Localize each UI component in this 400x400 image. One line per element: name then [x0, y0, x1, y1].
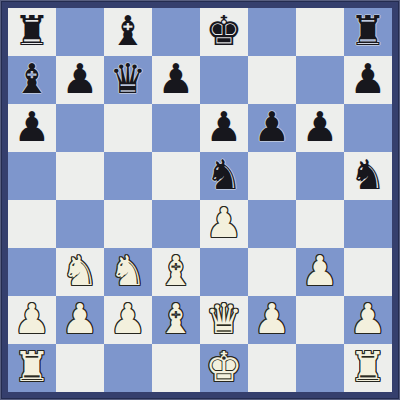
square-b3[interactable]: ♞: [56, 248, 104, 296]
square-d5[interactable]: [152, 152, 200, 200]
piece-black-queen[interactable]: ♛: [110, 56, 147, 103]
square-g6[interactable]: ♟: [296, 104, 344, 152]
square-c1[interactable]: [104, 344, 152, 392]
square-c3[interactable]: ♞: [104, 248, 152, 296]
square-a3[interactable]: [8, 248, 56, 296]
square-g3[interactable]: ♟: [296, 248, 344, 296]
square-h6[interactable]: [344, 104, 392, 152]
piece-white-rook[interactable]: ♜: [350, 344, 387, 391]
square-a2[interactable]: ♟: [8, 296, 56, 344]
square-c4[interactable]: [104, 200, 152, 248]
square-e8[interactable]: ♚: [200, 8, 248, 56]
square-b4[interactable]: [56, 200, 104, 248]
square-b2[interactable]: ♟: [56, 296, 104, 344]
square-g8[interactable]: [296, 8, 344, 56]
piece-white-pawn[interactable]: ♟: [302, 248, 339, 295]
piece-black-pawn[interactable]: ♟: [158, 56, 195, 103]
piece-white-pawn[interactable]: ♟: [206, 200, 243, 247]
piece-black-knight[interactable]: ♞: [206, 152, 243, 199]
square-h7[interactable]: ♟: [344, 56, 392, 104]
square-b7[interactable]: ♟: [56, 56, 104, 104]
square-h1[interactable]: ♜: [344, 344, 392, 392]
piece-black-pawn[interactable]: ♟: [350, 56, 387, 103]
piece-white-pawn[interactable]: ♟: [110, 296, 147, 343]
square-a1[interactable]: ♜: [8, 344, 56, 392]
board-grid: ♜♝♚♜♝♟♛♟♟♟♟♟♟♞♞♟♞♞♝♟♟♟♟♝♛♟♟♜♚♜: [8, 8, 392, 392]
square-h5[interactable]: ♞: [344, 152, 392, 200]
piece-white-pawn[interactable]: ♟: [14, 296, 51, 343]
square-c8[interactable]: ♝: [104, 8, 152, 56]
square-f7[interactable]: [248, 56, 296, 104]
square-a6[interactable]: ♟: [8, 104, 56, 152]
square-a4[interactable]: [8, 200, 56, 248]
square-e4[interactable]: ♟: [200, 200, 248, 248]
square-c7[interactable]: ♛: [104, 56, 152, 104]
square-c5[interactable]: [104, 152, 152, 200]
piece-black-pawn[interactable]: ♟: [302, 104, 339, 151]
square-b1[interactable]: [56, 344, 104, 392]
square-d1[interactable]: [152, 344, 200, 392]
square-h8[interactable]: ♜: [344, 8, 392, 56]
piece-white-king[interactable]: ♚: [206, 344, 243, 391]
square-g4[interactable]: [296, 200, 344, 248]
square-c2[interactable]: ♟: [104, 296, 152, 344]
square-h4[interactable]: [344, 200, 392, 248]
square-h3[interactable]: [344, 248, 392, 296]
chess-board: ♜♝♚♜♝♟♛♟♟♟♟♟♟♞♞♟♞♞♝♟♟♟♟♝♛♟♟♜♚♜: [0, 0, 400, 400]
piece-black-rook[interactable]: ♜: [350, 8, 387, 55]
square-b5[interactable]: [56, 152, 104, 200]
square-h2[interactable]: ♟: [344, 296, 392, 344]
square-b6[interactable]: [56, 104, 104, 152]
piece-black-pawn[interactable]: ♟: [254, 104, 291, 151]
square-a7[interactable]: ♝: [8, 56, 56, 104]
piece-black-bishop[interactable]: ♝: [110, 8, 147, 55]
piece-black-king[interactable]: ♚: [206, 8, 243, 55]
piece-black-pawn[interactable]: ♟: [14, 104, 51, 151]
square-d3[interactable]: ♝: [152, 248, 200, 296]
square-d7[interactable]: ♟: [152, 56, 200, 104]
square-f1[interactable]: [248, 344, 296, 392]
square-f4[interactable]: [248, 200, 296, 248]
square-g7[interactable]: [296, 56, 344, 104]
piece-black-bishop[interactable]: ♝: [14, 56, 51, 103]
piece-white-pawn[interactable]: ♟: [62, 296, 99, 343]
square-d2[interactable]: ♝: [152, 296, 200, 344]
square-e6[interactable]: ♟: [200, 104, 248, 152]
square-e5[interactable]: ♞: [200, 152, 248, 200]
square-g5[interactable]: [296, 152, 344, 200]
square-f5[interactable]: [248, 152, 296, 200]
piece-black-pawn[interactable]: ♟: [206, 104, 243, 151]
square-a8[interactable]: ♜: [8, 8, 56, 56]
piece-white-pawn[interactable]: ♟: [350, 296, 387, 343]
square-g2[interactable]: [296, 296, 344, 344]
square-f6[interactable]: ♟: [248, 104, 296, 152]
piece-white-bishop[interactable]: ♝: [158, 248, 195, 295]
piece-white-knight[interactable]: ♞: [62, 248, 99, 295]
square-d8[interactable]: [152, 8, 200, 56]
square-e3[interactable]: [200, 248, 248, 296]
piece-white-bishop[interactable]: ♝: [158, 296, 195, 343]
square-g1[interactable]: [296, 344, 344, 392]
square-d6[interactable]: [152, 104, 200, 152]
square-e1[interactable]: ♚: [200, 344, 248, 392]
square-c6[interactable]: [104, 104, 152, 152]
square-d4[interactable]: [152, 200, 200, 248]
square-b8[interactable]: [56, 8, 104, 56]
square-f3[interactable]: [248, 248, 296, 296]
piece-black-knight[interactable]: ♞: [350, 152, 387, 199]
square-f8[interactable]: [248, 8, 296, 56]
square-e2[interactable]: ♛: [200, 296, 248, 344]
piece-white-knight[interactable]: ♞: [110, 248, 147, 295]
piece-white-queen[interactable]: ♛: [206, 296, 243, 343]
square-a5[interactable]: [8, 152, 56, 200]
piece-black-pawn[interactable]: ♟: [62, 56, 99, 103]
piece-white-pawn[interactable]: ♟: [254, 296, 291, 343]
square-f2[interactable]: ♟: [248, 296, 296, 344]
piece-black-rook[interactable]: ♜: [14, 8, 51, 55]
piece-white-rook[interactable]: ♜: [14, 344, 51, 391]
square-e7[interactable]: [200, 56, 248, 104]
